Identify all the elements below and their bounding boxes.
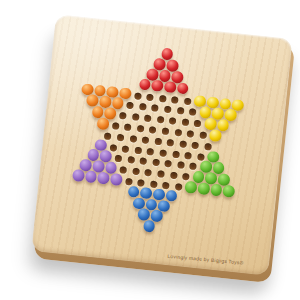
hole[interactable]	[134, 146, 142, 154]
hole[interactable]	[187, 130, 195, 138]
peg-red[interactable]	[151, 79, 164, 92]
hole[interactable]	[117, 134, 125, 142]
brand-engraving: Lovingly made by Bigjigs Toys®	[167, 253, 244, 266]
hole[interactable]	[182, 173, 190, 181]
hole[interactable]	[190, 163, 198, 171]
hole[interactable]	[162, 182, 170, 190]
hole[interactable]	[159, 149, 167, 157]
hole[interactable]	[170, 172, 178, 180]
hole[interactable]	[151, 105, 159, 113]
hole[interactable]	[126, 102, 134, 110]
peg-red[interactable]	[139, 78, 152, 91]
hole[interactable]	[131, 113, 139, 121]
hole[interactable]	[197, 153, 205, 161]
hole[interactable]	[176, 107, 184, 115]
peg-orange[interactable]	[81, 83, 94, 96]
hole[interactable]	[129, 135, 137, 143]
peg-green[interactable]	[222, 185, 235, 198]
hole[interactable]	[145, 169, 153, 177]
hole[interactable]	[122, 145, 130, 153]
hole[interactable]	[194, 120, 202, 128]
hole[interactable]	[156, 116, 164, 124]
peg-blue[interactable]	[138, 208, 151, 221]
hole[interactable]	[157, 170, 165, 178]
board-face: Lovingly made by Bigjigs Toys®	[31, 14, 293, 276]
peg-purple[interactable]	[85, 170, 98, 183]
hole[interactable]	[137, 179, 145, 187]
peg-orange[interactable]	[91, 106, 104, 119]
peg-orange[interactable]	[86, 94, 99, 107]
chinese-checkers-board: Lovingly made by Bigjigs Toys®	[31, 14, 293, 276]
hole[interactable]	[147, 148, 155, 156]
hole[interactable]	[139, 158, 147, 166]
hole[interactable]	[167, 139, 175, 147]
peg-blue[interactable]	[143, 220, 156, 233]
hole[interactable]	[162, 127, 170, 135]
hole[interactable]	[182, 119, 190, 127]
hole[interactable]	[184, 152, 192, 160]
peg-red[interactable]	[176, 82, 189, 95]
hole[interactable]	[184, 97, 192, 105]
hole[interactable]	[150, 180, 158, 188]
peg-orange[interactable]	[97, 117, 110, 130]
hole[interactable]	[189, 109, 197, 117]
hole[interactable]	[159, 95, 167, 103]
hole[interactable]	[139, 103, 147, 111]
hole[interactable]	[179, 140, 187, 148]
hole[interactable]	[175, 183, 183, 191]
hole[interactable]	[152, 159, 160, 167]
peg-green[interactable]	[197, 182, 210, 195]
peg-green[interactable]	[210, 183, 223, 196]
peg-red[interactable]	[164, 81, 177, 94]
peg-purple[interactable]	[97, 171, 110, 184]
hole[interactable]	[164, 160, 172, 168]
peg-yellow[interactable]	[209, 129, 222, 142]
hole[interactable]	[125, 178, 133, 186]
hole[interactable]	[199, 131, 207, 139]
hole[interactable]	[114, 155, 122, 163]
peg-purple[interactable]	[72, 169, 85, 182]
peg-yellow[interactable]	[199, 106, 212, 119]
hole[interactable]	[164, 106, 172, 114]
hole[interactable]	[171, 96, 179, 104]
hole[interactable]	[172, 150, 180, 158]
hole[interactable]	[134, 92, 142, 100]
peg-blue[interactable]	[127, 186, 140, 199]
hole[interactable]	[104, 132, 112, 140]
peg-blue[interactable]	[133, 197, 146, 210]
hole[interactable]	[204, 143, 212, 151]
hole[interactable]	[127, 156, 135, 164]
hole[interactable]	[146, 93, 154, 101]
hole[interactable]	[192, 141, 200, 149]
hole[interactable]	[154, 137, 162, 145]
board-grid	[70, 42, 246, 241]
hole[interactable]	[142, 136, 150, 144]
product-photo-scene: Lovingly made by Bigjigs Toys®	[0, 0, 300, 300]
hole[interactable]	[112, 122, 120, 130]
hole[interactable]	[174, 129, 182, 137]
hole[interactable]	[109, 144, 117, 152]
hole[interactable]	[149, 126, 157, 134]
hole[interactable]	[177, 162, 185, 170]
hole[interactable]	[124, 123, 132, 131]
peg-yellow[interactable]	[194, 95, 207, 108]
peg-green[interactable]	[185, 181, 198, 194]
hole[interactable]	[132, 168, 140, 176]
peg-yellow[interactable]	[204, 118, 217, 131]
hole[interactable]	[169, 117, 177, 125]
hole[interactable]	[119, 112, 127, 120]
hole[interactable]	[120, 166, 128, 174]
peg-purple[interactable]	[110, 173, 123, 186]
hole[interactable]	[144, 115, 152, 123]
hole[interactable]	[137, 125, 145, 133]
